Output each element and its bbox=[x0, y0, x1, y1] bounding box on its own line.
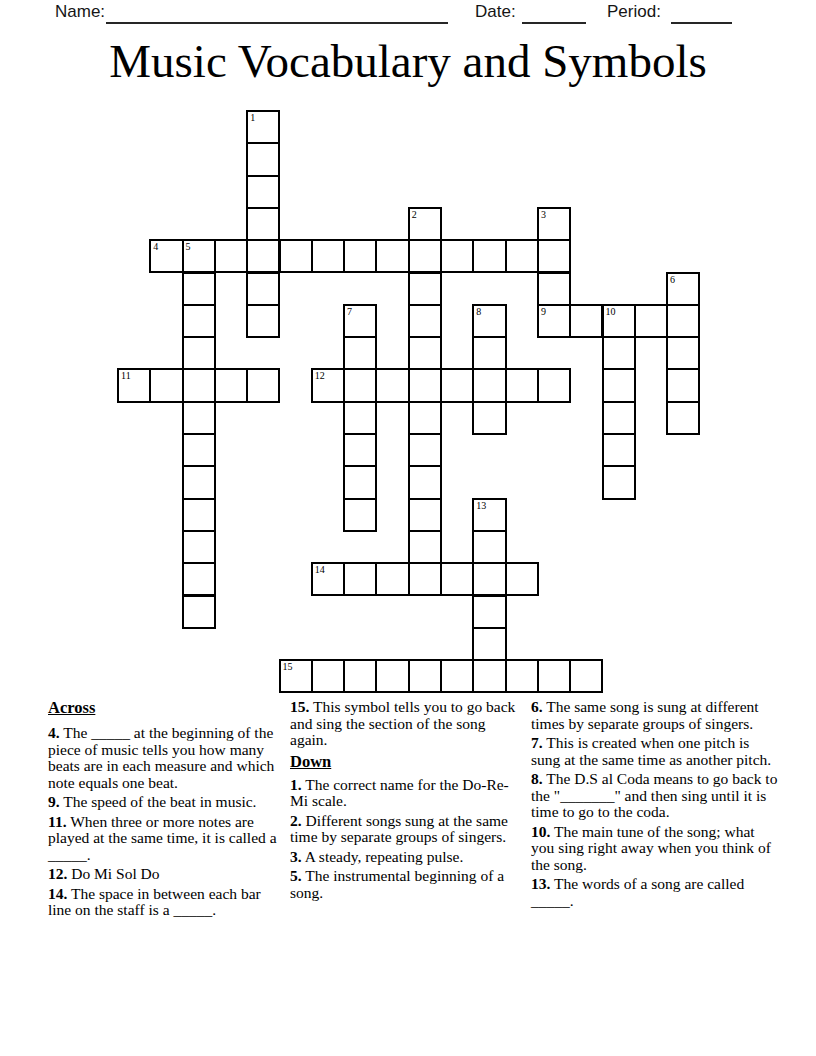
grid-cell-r14c7[interactable] bbox=[343, 562, 377, 596]
grid-cell-r9c15[interactable] bbox=[602, 401, 636, 435]
grid-cell-r13c2[interactable] bbox=[182, 530, 216, 564]
grid-cell-r3c9[interactable]: 2 bbox=[408, 207, 442, 241]
clue-number-label: 8. bbox=[531, 770, 543, 787]
cell-number-15: 15 bbox=[283, 661, 293, 672]
grid-cell-r6c9[interactable] bbox=[408, 304, 442, 338]
clue-number-label: 2. bbox=[290, 812, 302, 829]
down-heading: Down bbox=[290, 753, 524, 771]
grid-cell-r14c11[interactable] bbox=[472, 562, 506, 596]
grid-cell-r8c8[interactable] bbox=[375, 368, 409, 402]
clue-down-1: 1. The correct name for the Do-Re-Mi sca… bbox=[290, 777, 524, 810]
grid-cell-r15c2[interactable] bbox=[182, 595, 216, 629]
clue-column-1: Across4. The _____ at the beginning of t… bbox=[48, 699, 281, 922]
clue-number-label: 14. bbox=[48, 885, 67, 902]
grid-cell-r15c11[interactable] bbox=[472, 595, 506, 629]
clue-across-4: 4. The _____ at the beginning of the pie… bbox=[48, 725, 281, 791]
grid-cell-r6c17[interactable] bbox=[666, 304, 700, 338]
grid-cell-r9c7[interactable] bbox=[343, 401, 377, 435]
grid-cell-r13c11[interactable] bbox=[472, 530, 506, 564]
grid-cell-r8c11[interactable] bbox=[472, 368, 506, 402]
grid-cell-r9c11[interactable] bbox=[472, 401, 506, 435]
grid-cell-r8c10[interactable] bbox=[440, 368, 474, 402]
grid-cell-r5c9[interactable] bbox=[408, 272, 442, 306]
grid-cell-r7c17[interactable] bbox=[666, 336, 700, 370]
clue-across-11: 11. When three or more notes are played … bbox=[48, 814, 281, 864]
grid-cell-r11c2[interactable] bbox=[182, 465, 216, 499]
cell-number-13: 13 bbox=[476, 500, 486, 511]
name-label: Name: bbox=[55, 2, 105, 22]
grid-cell-r4c7[interactable] bbox=[343, 239, 377, 273]
period-label: Period: bbox=[607, 2, 661, 22]
cell-number-12: 12 bbox=[315, 370, 325, 381]
grid-cell-r13c9[interactable] bbox=[408, 530, 442, 564]
cell-number-2: 2 bbox=[412, 209, 417, 220]
grid-cell-r14c8[interactable] bbox=[375, 562, 409, 596]
grid-cell-r5c17[interactable]: 6 bbox=[666, 272, 700, 306]
grid-cell-r2c4[interactable] bbox=[246, 175, 280, 209]
grid-cell-r6c11[interactable]: 8 bbox=[472, 304, 506, 338]
clue-column-3: 6. The same song is sung at different ti… bbox=[531, 699, 781, 912]
clue-number-label: 5. bbox=[290, 867, 302, 884]
grid-cell-r8c6[interactable]: 12 bbox=[311, 368, 345, 402]
grid-cell-r6c4[interactable] bbox=[246, 304, 280, 338]
grid-cell-r4c11[interactable] bbox=[472, 239, 506, 273]
grid-cell-r14c9[interactable] bbox=[408, 562, 442, 596]
grid-cell-r8c15[interactable] bbox=[602, 368, 636, 402]
cell-number-1: 1 bbox=[250, 112, 255, 123]
grid-cell-r7c7[interactable] bbox=[343, 336, 377, 370]
grid-cell-r12c11[interactable]: 13 bbox=[472, 498, 506, 532]
clue-number-label: 13. bbox=[531, 875, 550, 892]
clue-number-label: 12. bbox=[48, 865, 67, 882]
crossword-grid: 123456789101112131415 bbox=[117, 110, 701, 694]
clue-across-14: 14. The space in between each bar line o… bbox=[48, 886, 281, 919]
grid-cell-r8c17[interactable] bbox=[666, 368, 700, 402]
grid-cell-r4c2[interactable]: 5 bbox=[182, 239, 216, 273]
clue-down-6: 6. The same song is sung at different ti… bbox=[531, 699, 781, 732]
clue-down-10: 10. The main tune of the song; what you … bbox=[531, 824, 781, 874]
grid-cell-r8c13[interactable] bbox=[537, 368, 571, 402]
grid-cell-r6c2[interactable] bbox=[182, 304, 216, 338]
grid-cell-r5c2[interactable] bbox=[182, 272, 216, 306]
clue-number-label: 4. bbox=[48, 724, 60, 741]
grid-cell-r4c3[interactable] bbox=[214, 239, 248, 273]
grid-cell-r5c13[interactable] bbox=[537, 272, 571, 306]
grid-cell-r10c15[interactable] bbox=[602, 433, 636, 467]
grid-cell-r6c14[interactable] bbox=[569, 304, 603, 338]
grid-cell-r14c2[interactable] bbox=[182, 562, 216, 596]
grid-cell-r14c10[interactable] bbox=[440, 562, 474, 596]
date-label: Date: bbox=[475, 2, 516, 22]
grid-cell-r12c2[interactable] bbox=[182, 498, 216, 532]
grid-cell-r8c4[interactable] bbox=[246, 368, 280, 402]
grid-cell-r7c15[interactable] bbox=[602, 336, 636, 370]
grid-cell-r1c4[interactable] bbox=[246, 142, 280, 176]
grid-cell-r17c13[interactable] bbox=[537, 659, 571, 693]
grid-cell-r4c1[interactable]: 4 bbox=[149, 239, 183, 273]
grid-cell-r12c9[interactable] bbox=[408, 498, 442, 532]
grid-cell-r17c12[interactable] bbox=[505, 659, 539, 693]
grid-cell-r10c2[interactable] bbox=[182, 433, 216, 467]
clue-down-5: 5. The instrumental beginning of a song. bbox=[290, 868, 524, 901]
grid-cell-r10c7[interactable] bbox=[343, 433, 377, 467]
grid-cell-r0c4[interactable]: 1 bbox=[246, 110, 280, 144]
grid-cell-r7c2[interactable] bbox=[182, 336, 216, 370]
cell-number-3: 3 bbox=[541, 209, 546, 220]
clue-down-13: 13. The words of a song are called _____… bbox=[531, 876, 781, 909]
grid-cell-r3c13[interactable]: 3 bbox=[537, 207, 571, 241]
grid-cell-r8c1[interactable] bbox=[149, 368, 183, 402]
grid-cell-r5c4[interactable] bbox=[246, 272, 280, 306]
grid-cell-r8c2[interactable] bbox=[182, 368, 216, 402]
grid-cell-r17c5[interactable]: 15 bbox=[279, 659, 313, 693]
cell-number-7: 7 bbox=[347, 306, 352, 317]
clue-across-9: 9. The speed of the beat in music. bbox=[48, 794, 281, 811]
grid-cell-r16c11[interactable] bbox=[472, 627, 506, 661]
grid-cell-r6c13[interactable]: 9 bbox=[537, 304, 571, 338]
across-heading: Across bbox=[48, 699, 281, 717]
clue-across-12: 12. Do Mi Sol Do bbox=[48, 866, 281, 883]
clue-down-7: 7. This is created when one pitch is sun… bbox=[531, 735, 781, 768]
clue-across-15: 15. This symbol tells you to go back and… bbox=[290, 699, 524, 749]
grid-cell-r9c2[interactable] bbox=[182, 401, 216, 435]
cell-number-6: 6 bbox=[670, 274, 675, 285]
clue-number-label: 11. bbox=[48, 813, 67, 830]
grid-cell-r7c9[interactable] bbox=[408, 336, 442, 370]
grid-cell-r6c15[interactable]: 10 bbox=[602, 304, 636, 338]
grid-cell-r17c9[interactable] bbox=[408, 659, 442, 693]
grid-cell-r17c11[interactable] bbox=[472, 659, 506, 693]
grid-cell-r8c0[interactable]: 11 bbox=[117, 368, 151, 402]
cell-number-9: 9 bbox=[541, 306, 546, 317]
crossword-worksheet: Name: Date: Period: Music Vocabulary and… bbox=[0, 0, 816, 1056]
grid-cell-r4c8[interactable] bbox=[375, 239, 409, 273]
grid-cell-r8c12[interactable] bbox=[505, 368, 539, 402]
grid-cell-r12c7[interactable] bbox=[343, 498, 377, 532]
clue-number-label: 15. bbox=[290, 698, 309, 715]
grid-cell-r9c9[interactable] bbox=[408, 401, 442, 435]
grid-cell-r17c8[interactable] bbox=[375, 659, 409, 693]
date-blank-line[interactable] bbox=[522, 2, 586, 24]
clue-number-label: 9. bbox=[48, 793, 60, 810]
page-title: Music Vocabulary and Symbols bbox=[0, 34, 816, 88]
clue-column-2: 15. This symbol tells you to go back and… bbox=[290, 699, 524, 904]
grid-cell-r11c9[interactable] bbox=[408, 465, 442, 499]
grid-cell-r4c9[interactable] bbox=[408, 239, 442, 273]
grid-cell-r14c12[interactable] bbox=[505, 562, 539, 596]
clue-down-3: 3. A steady, repeating pulse. bbox=[290, 849, 524, 866]
clue-number-label: 6. bbox=[531, 698, 543, 715]
clue-number-label: 1. bbox=[290, 776, 302, 793]
grid-cell-r4c4[interactable] bbox=[246, 239, 280, 273]
period-blank-line[interactable] bbox=[671, 2, 732, 24]
grid-cell-r8c9[interactable] bbox=[408, 368, 442, 402]
name-blank-line[interactable] bbox=[106, 2, 448, 24]
cell-number-4: 4 bbox=[153, 241, 158, 252]
grid-cell-r4c13[interactable] bbox=[537, 239, 571, 273]
grid-cell-r6c7[interactable]: 7 bbox=[343, 304, 377, 338]
cell-number-11: 11 bbox=[121, 370, 131, 381]
grid-cell-r17c6[interactable] bbox=[311, 659, 345, 693]
grid-cell-r4c5[interactable] bbox=[279, 239, 313, 273]
grid-cell-r6c16[interactable] bbox=[634, 304, 668, 338]
clue-down-2: 2. Different songs sung at the same time… bbox=[290, 813, 524, 846]
grid-cell-r17c10[interactable] bbox=[440, 659, 474, 693]
cell-number-5: 5 bbox=[186, 241, 191, 252]
grid-cell-r14c6[interactable]: 14 bbox=[311, 562, 345, 596]
clue-number-label: 10. bbox=[531, 823, 550, 840]
grid-cell-r17c14[interactable] bbox=[569, 659, 603, 693]
grid-cell-r4c6[interactable] bbox=[311, 239, 345, 273]
grid-cell-r11c15[interactable] bbox=[602, 465, 636, 499]
grid-cell-r17c7[interactable] bbox=[343, 659, 377, 693]
grid-cell-r3c4[interactable] bbox=[246, 207, 280, 241]
cell-number-14: 14 bbox=[315, 564, 325, 575]
grid-cell-r4c10[interactable] bbox=[440, 239, 474, 273]
grid-cell-r10c9[interactable] bbox=[408, 433, 442, 467]
clue-number-label: 3. bbox=[290, 848, 302, 865]
cell-number-8: 8 bbox=[476, 306, 481, 317]
grid-cell-r11c7[interactable] bbox=[343, 465, 377, 499]
grid-cell-r7c11[interactable] bbox=[472, 336, 506, 370]
grid-cell-r4c12[interactable] bbox=[505, 239, 539, 273]
grid-cell-r8c3[interactable] bbox=[214, 368, 248, 402]
clue-number-label: 7. bbox=[531, 734, 543, 751]
grid-cell-r8c7[interactable] bbox=[343, 368, 377, 402]
grid-cell-r9c17[interactable] bbox=[666, 401, 700, 435]
clue-down-8: 8. The D.S al Coda means to go back to t… bbox=[531, 771, 781, 821]
cell-number-10: 10 bbox=[606, 306, 616, 317]
